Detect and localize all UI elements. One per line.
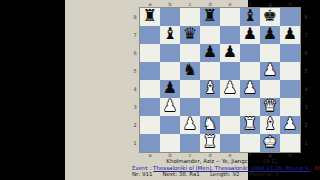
stat-length: Length: 92 (210, 171, 240, 177)
rank-label: 2 (131, 116, 139, 134)
board-grid: ♜♜♝♚♝♛♟♟♟♟♟♞♟♟♝♟♟♟♛♟♞♜♝♟♜♚ (140, 8, 300, 152)
black-bishop: ♝ (163, 26, 177, 43)
square-h4[interactable] (280, 80, 300, 98)
square-a3[interactable] (140, 98, 160, 116)
square-d1[interactable]: ♜ (200, 134, 220, 152)
white-king: ♚ (263, 134, 277, 151)
square-e8[interactable] (220, 8, 240, 26)
rank-label: 5 (302, 62, 310, 80)
file-label: d (200, 1, 220, 7)
square-f2[interactable]: ♜ (240, 116, 260, 134)
square-d4[interactable]: ♝ (200, 80, 220, 98)
square-b5[interactable] (160, 62, 180, 80)
white-pawn: ♟ (223, 80, 237, 97)
square-c1[interactable] (180, 134, 200, 152)
square-f4[interactable]: ♟ (240, 80, 260, 98)
square-g6[interactable] (260, 44, 280, 62)
black-pawn: ♟ (283, 26, 297, 43)
chess-diagram: abcdefgh abcdefgh 87654321 87654321 ♜♜♝♚… (0, 0, 320, 180)
file-label: c (180, 1, 200, 7)
stat-material: Material: 0 (249, 171, 278, 177)
black-queen: ♛ (183, 26, 197, 43)
square-f3[interactable] (240, 98, 260, 116)
square-d6[interactable]: ♟ (200, 44, 220, 62)
file-labels-top: abcdefgh (140, 1, 300, 7)
square-c5[interactable]: ♞ (180, 62, 200, 80)
rank-label: 8 (302, 8, 310, 26)
white-queen: ♛ (263, 98, 277, 115)
players-text: Kholmander, Aziz -- Ye, Jiangchuan (166, 158, 261, 164)
black-knight: ♞ (183, 62, 197, 79)
square-a6[interactable] (140, 44, 160, 62)
black-pawn: ♟ (243, 26, 257, 43)
square-e1[interactable] (220, 134, 240, 152)
rank-label: 1 (302, 134, 310, 152)
square-h6[interactable] (280, 44, 300, 62)
square-g3[interactable]: ♛ (260, 98, 280, 116)
square-f7[interactable]: ♟ (240, 26, 260, 44)
black-pawn: ♟ (263, 26, 277, 43)
square-a8[interactable]: ♜ (140, 8, 160, 26)
file-label: e (220, 1, 240, 7)
square-g1[interactable]: ♚ (260, 134, 280, 152)
white-bishop: ♝ (263, 116, 277, 133)
square-h3[interactable] (280, 98, 300, 116)
file-label: h (280, 1, 300, 7)
square-d2[interactable]: ♞ (200, 116, 220, 134)
square-e2[interactable] (220, 116, 240, 134)
square-h8[interactable] (280, 8, 300, 26)
black-bishop: ♝ (243, 8, 257, 25)
caption-players: Kholmander, Aziz -- Ye, Jiangchuan [0-1] (130, 158, 313, 164)
white-pawn: ♟ (183, 116, 197, 133)
square-a1[interactable] (140, 134, 160, 152)
rank-label: 8 (131, 8, 139, 26)
black-king: ♚ (263, 8, 277, 25)
square-g7[interactable]: ♟ (260, 26, 280, 44)
square-f8[interactable]: ♝ (240, 8, 260, 26)
square-b6[interactable] (160, 44, 180, 62)
square-b4[interactable]: ♟ (160, 80, 180, 98)
rank-label: 3 (131, 98, 139, 116)
square-b7[interactable]: ♝ (160, 26, 180, 44)
rank-label: 4 (131, 80, 139, 98)
square-c8[interactable] (180, 8, 200, 26)
stat-next-move: Next: 38. Ra1 (162, 171, 199, 177)
square-g2[interactable]: ♝ (260, 116, 280, 134)
rank-label: 4 (302, 80, 310, 98)
white-bishop: ♝ (203, 80, 217, 97)
rank-label: 7 (131, 26, 139, 44)
square-a4[interactable] (140, 80, 160, 98)
black-pawn: ♟ (203, 44, 217, 61)
game-result: [0-1] (263, 158, 276, 164)
square-a7[interactable] (140, 26, 160, 44)
square-d7[interactable] (200, 26, 220, 44)
square-a2[interactable] (140, 116, 160, 134)
square-c4[interactable] (180, 80, 200, 98)
square-d8[interactable]: ♜ (200, 8, 220, 26)
file-label: f (240, 1, 260, 7)
square-f1[interactable] (240, 134, 260, 152)
white-pawn: ♟ (283, 116, 297, 133)
square-h7[interactable]: ♟ (280, 26, 300, 44)
square-c2[interactable]: ♟ (180, 116, 200, 134)
square-h2[interactable]: ♟ (280, 116, 300, 134)
square-d3[interactable] (200, 98, 220, 116)
caption-stats: Nr: 911 Next: 38. Ra1 Length: 92 Materia… (132, 171, 312, 177)
board-frame: abcdefgh abcdefgh 87654321 87654321 ♜♜♝♚… (65, 0, 248, 180)
eco-code: B92 (315, 165, 320, 171)
square-g5[interactable]: ♟ (260, 62, 280, 80)
white-rook: ♜ (243, 116, 257, 133)
square-c6[interactable] (180, 44, 200, 62)
white-pawn: ♟ (163, 98, 177, 115)
black-rook: ♜ (143, 8, 157, 25)
square-e6[interactable]: ♟ (220, 44, 240, 62)
square-h1[interactable] (280, 134, 300, 152)
white-pawn: ♟ (263, 62, 277, 79)
white-pawn: ♟ (243, 80, 257, 97)
file-label: b (160, 1, 180, 7)
square-f6[interactable] (240, 44, 260, 62)
rank-label: 1 (131, 134, 139, 152)
rank-labels-left: 87654321 (131, 8, 139, 152)
rank-label: 7 (302, 26, 310, 44)
square-c3[interactable] (180, 98, 200, 116)
square-d5[interactable] (200, 62, 220, 80)
rank-label: 5 (131, 62, 139, 80)
black-pawn: ♟ (163, 80, 177, 97)
square-c7[interactable]: ♛ (180, 26, 200, 44)
rank-label: 2 (302, 116, 310, 134)
white-knight: ♞ (203, 116, 217, 133)
square-h5[interactable] (280, 62, 300, 80)
rank-labels-right: 87654321 (302, 8, 310, 152)
square-e4[interactable]: ♟ (220, 80, 240, 98)
square-e7[interactable] (220, 26, 240, 44)
square-f5[interactable] (240, 62, 260, 80)
black-rook: ♜ (203, 8, 217, 25)
square-g8[interactable]: ♚ (260, 8, 280, 26)
file-label: a (140, 1, 160, 7)
stat-number: Nr: 911 (132, 171, 152, 177)
square-b1[interactable] (160, 134, 180, 152)
rank-label: 3 (302, 98, 310, 116)
rank-label: 6 (131, 44, 139, 62)
black-pawn: ♟ (223, 44, 237, 61)
square-b8[interactable] (160, 8, 180, 26)
file-label: g (260, 1, 280, 7)
left-black-bar (0, 0, 65, 180)
square-e3[interactable] (220, 98, 240, 116)
white-rook: ♜ (203, 134, 217, 151)
square-b3[interactable]: ♟ (160, 98, 180, 116)
square-b2[interactable] (160, 116, 180, 134)
square-g4[interactable] (260, 80, 280, 98)
rank-label: 6 (302, 44, 310, 62)
square-a5[interactable] (140, 62, 160, 80)
square-e5[interactable] (220, 62, 240, 80)
